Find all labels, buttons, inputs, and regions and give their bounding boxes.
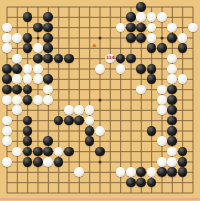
white-stone	[147, 12, 157, 22]
white-stone	[43, 85, 53, 95]
black-stone	[23, 12, 33, 22]
black-stone	[54, 116, 64, 126]
white-stone	[33, 43, 43, 53]
white-stone	[136, 85, 146, 95]
white-stone	[167, 64, 177, 74]
black-stone	[167, 105, 177, 115]
white-stone	[95, 126, 105, 136]
black-stone	[2, 74, 12, 84]
white-stone	[54, 147, 64, 157]
black-stone	[33, 23, 43, 33]
black-stone	[147, 64, 157, 74]
white-stone	[33, 95, 43, 105]
white-stone	[2, 95, 12, 105]
white-stone	[23, 64, 33, 74]
black-stone	[74, 116, 84, 126]
black-stone	[167, 116, 177, 126]
black-stone	[43, 136, 53, 146]
white-stone	[188, 23, 198, 33]
black-stone	[157, 167, 167, 177]
black-stone	[147, 126, 157, 136]
white-stone	[178, 74, 188, 84]
white-stone	[157, 85, 167, 95]
white-stone	[147, 33, 157, 43]
white-stone	[85, 116, 95, 126]
white-stone	[157, 12, 167, 22]
black-stone	[33, 147, 43, 157]
white-stone	[167, 147, 177, 157]
black-stone	[12, 64, 22, 74]
black-stone	[116, 54, 126, 64]
black-stone	[43, 147, 53, 157]
black-stone	[43, 54, 53, 64]
white-stone	[136, 12, 146, 22]
white-stone	[64, 105, 74, 115]
black-stone	[2, 64, 12, 74]
black-stone	[43, 43, 53, 53]
white-stone	[33, 74, 43, 84]
black-stone	[12, 85, 22, 95]
black-stone	[126, 33, 136, 43]
black-stone	[147, 178, 157, 188]
black-stone	[178, 43, 188, 53]
white-stone	[12, 95, 22, 105]
white-stone	[178, 33, 188, 43]
black-stone	[147, 43, 157, 53]
go-board[interactable]: 114	[0, 0, 200, 200]
black-stone	[33, 54, 43, 64]
black-stone	[136, 33, 146, 43]
white-stone	[12, 54, 22, 64]
black-stone	[126, 54, 136, 64]
white-stone	[167, 74, 177, 84]
black-stone	[167, 33, 177, 43]
black-stone	[136, 64, 146, 74]
black-stone	[23, 33, 33, 43]
black-stone	[178, 167, 188, 177]
black-stone	[23, 136, 33, 146]
white-stone	[167, 23, 177, 33]
black-stone	[136, 178, 146, 188]
black-stone	[178, 157, 188, 167]
white-stone: 114	[105, 54, 115, 64]
white-stone	[116, 167, 126, 177]
black-stone	[178, 147, 188, 157]
black-stone	[136, 167, 146, 177]
black-stone	[157, 43, 167, 53]
white-stone	[43, 157, 53, 167]
last-move-number: 114	[105, 54, 115, 64]
white-stone	[23, 74, 33, 84]
white-stone	[95, 64, 105, 74]
white-stone	[2, 43, 12, 53]
black-stone	[167, 136, 177, 146]
black-stone	[54, 54, 64, 64]
white-stone	[2, 33, 12, 43]
black-stone	[85, 126, 95, 136]
white-stone	[147, 167, 157, 177]
white-stone	[157, 105, 167, 115]
black-stone	[2, 85, 12, 95]
white-stone	[85, 105, 95, 115]
white-stone	[116, 23, 126, 33]
black-stone	[147, 74, 157, 84]
black-stone	[64, 116, 74, 126]
white-stone	[167, 54, 177, 64]
white-stone	[126, 167, 136, 177]
black-stone	[43, 12, 53, 22]
black-stone	[33, 157, 43, 167]
black-stone	[54, 157, 64, 167]
black-stone	[23, 116, 33, 126]
white-stone	[12, 33, 22, 43]
white-stone	[167, 157, 177, 167]
white-stone	[157, 157, 167, 167]
black-stone	[23, 147, 33, 157]
black-stone	[23, 157, 33, 167]
white-stone	[2, 23, 12, 33]
black-stone	[43, 74, 53, 84]
white-stone	[2, 116, 12, 126]
white-stone	[2, 126, 12, 136]
window-edge	[0, 198, 200, 201]
white-stone	[74, 167, 84, 177]
black-stone	[136, 2, 146, 12]
black-stone	[23, 43, 33, 53]
white-stone	[33, 64, 43, 74]
black-stone	[136, 23, 146, 33]
black-stone	[167, 95, 177, 105]
black-stone	[43, 23, 53, 33]
white-stone	[2, 136, 12, 146]
black-stone	[167, 167, 177, 177]
black-stone	[126, 12, 136, 22]
black-stone	[85, 136, 95, 146]
white-stone	[157, 136, 167, 146]
white-stone	[157, 95, 167, 105]
white-stone	[43, 95, 53, 105]
black-stone	[23, 95, 33, 105]
white-stone	[12, 74, 22, 84]
stone-layer: 114	[2, 2, 198, 198]
black-stone	[64, 54, 74, 64]
black-stone	[126, 23, 136, 33]
black-stone	[64, 147, 74, 157]
white-stone	[2, 157, 12, 167]
black-stone	[167, 126, 177, 136]
black-stone	[43, 33, 53, 43]
white-stone	[116, 64, 126, 74]
black-stone	[23, 85, 33, 95]
black-stone	[126, 178, 136, 188]
black-stone	[167, 85, 177, 95]
white-stone	[12, 105, 22, 115]
black-stone	[23, 126, 33, 136]
white-stone	[147, 23, 157, 33]
white-stone	[74, 105, 84, 115]
white-stone	[12, 147, 22, 157]
black-stone	[95, 147, 105, 157]
